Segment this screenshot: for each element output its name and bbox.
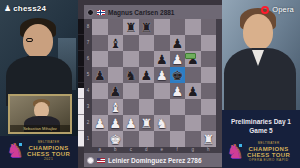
square-f7[interactable]: ♟ [170, 35, 186, 51]
glasses [26, 38, 34, 42]
rank-label-4: 4 [84, 83, 92, 99]
opera-logo[interactable]: Opera [261, 5, 294, 14]
tour-sub-text: OPERA EURO RAPID [249, 159, 289, 162]
pawn-icon: ♟ [4, 5, 11, 13]
square-a7[interactable] [92, 35, 108, 51]
square-c3[interactable] [123, 99, 139, 115]
square-f2[interactable] [170, 115, 186, 131]
square-f5[interactable]: ♚ [170, 67, 186, 83]
square-b3[interactable]: ♝ [108, 99, 124, 115]
bottom-player-name: Leinier Dominguez Perez 2786 [108, 157, 202, 164]
black-king[interactable]: ♚ [171, 69, 183, 82]
square-g7[interactable] [185, 35, 201, 51]
square-f8[interactable] [170, 19, 186, 35]
right-player-camera [222, 0, 300, 112]
square-c4[interactable] [123, 83, 139, 99]
white-pawn[interactable]: ♟ [109, 117, 121, 130]
event-line1: Preliminaries Day 1 [222, 117, 300, 126]
tour-knight-icon: ♞♞ [226, 141, 244, 163]
square-g1[interactable] [185, 131, 201, 147]
chess24-logo-text: chess24 [13, 4, 46, 13]
board: ♜♜♝♟♟♟♟♟♞♟♟♚♟♟♟♝♟♟♟♜♞♚♜ [92, 19, 216, 147]
square-h8[interactable] [201, 19, 217, 35]
square-e2[interactable]: ♞ [154, 115, 170, 131]
white-color-disc [87, 157, 94, 164]
square-e7[interactable] [154, 35, 170, 51]
white-rook[interactable]: ♜ [140, 117, 152, 130]
tour-knight-icon: ♞♞ [6, 140, 24, 162]
square-f3[interactable] [170, 99, 186, 115]
square-a1[interactable] [92, 131, 108, 147]
square-h2[interactable] [201, 115, 217, 131]
square-c8[interactable]: ♜ [123, 19, 139, 35]
square-h3[interactable] [201, 99, 217, 115]
square-d2[interactable]: ♜ [139, 115, 155, 131]
square-c2[interactable]: ♟ [123, 115, 139, 131]
square-e1[interactable] [154, 131, 170, 147]
square-b6[interactable] [108, 51, 124, 67]
rank-labels: 87654321 [84, 19, 92, 147]
square-f4[interactable]: ♟ [170, 83, 186, 99]
square-a3[interactable] [92, 99, 108, 115]
square-d5[interactable]: ♟ [139, 67, 155, 83]
square-g3[interactable] [185, 99, 201, 115]
rank-label-6: 6 [84, 51, 92, 67]
square-h6[interactable] [201, 51, 217, 67]
rank-label-5: 5 [84, 67, 92, 83]
bottom-player-bar: Leinier Dominguez Perez 2786 [84, 153, 222, 167]
square-g2[interactable] [185, 115, 201, 131]
white-bishop[interactable]: ♝ [109, 101, 121, 114]
tour-line2: CHESS TOUR [27, 151, 70, 157]
square-c6[interactable] [123, 51, 139, 67]
rank-label-8: 8 [84, 19, 92, 35]
square-a6[interactable] [92, 51, 108, 67]
commentator-webcam: Sebastian Mihajlov [8, 94, 72, 134]
black-pawn[interactable]: ♟ [140, 69, 152, 82]
square-e6[interactable]: ♟ [154, 51, 170, 67]
black-rook[interactable]: ♜ [140, 21, 152, 34]
square-e4[interactable] [154, 83, 170, 99]
square-h7[interactable] [201, 35, 217, 51]
square-a2[interactable]: ♟ [92, 115, 108, 131]
white-pawn[interactable]: ♟ [171, 85, 183, 98]
square-b2[interactable]: ♟ [108, 115, 124, 131]
engine-eval-badge [185, 53, 196, 59]
black-pawn[interactable]: ♟ [187, 85, 199, 98]
square-c7[interactable] [123, 35, 139, 51]
opera-logo-text: Opera [272, 5, 294, 14]
black-pawn[interactable]: ♟ [156, 53, 168, 66]
rank-label-7: 7 [84, 35, 92, 51]
square-g4[interactable]: ♟ [185, 83, 201, 99]
webcam-caption: Sebastian Mihajlov [10, 125, 70, 132]
tour-pre-text: MELTWATER [38, 141, 60, 144]
head [243, 14, 273, 50]
square-e8[interactable] [154, 19, 170, 35]
square-b7[interactable]: ♝ [108, 35, 124, 51]
square-c5[interactable]: ♞ [123, 67, 139, 83]
square-e3[interactable] [154, 99, 170, 115]
tour-sub-text: 2021 [44, 158, 53, 161]
rank-label-1: 1 [84, 131, 92, 147]
white-king[interactable]: ♚ [109, 133, 121, 146]
tour-line2: CHESS TOUR [247, 152, 290, 158]
square-d6[interactable] [139, 51, 155, 67]
black-pawn[interactable]: ♟ [171, 37, 183, 50]
square-b8[interactable] [108, 19, 124, 35]
board-column: Magnus Carlsen 2881 87654321 ♜♜♝♟♟♟♟♟♞♟♟… [78, 0, 222, 168]
white-pawn[interactable]: ♟ [156, 69, 168, 82]
square-g5[interactable] [185, 67, 201, 83]
norway-flag-icon [97, 10, 105, 15]
event-line2: Game 5 [222, 126, 300, 135]
white-pawn[interactable]: ♟ [125, 117, 137, 130]
opera-ring-icon [261, 6, 269, 14]
rank-label-2: 2 [84, 115, 92, 131]
square-d7[interactable] [139, 35, 155, 51]
square-d8[interactable]: ♜ [139, 19, 155, 35]
square-b5[interactable] [108, 67, 124, 83]
black-color-disc [87, 9, 94, 16]
black-bishop[interactable]: ♝ [109, 37, 121, 50]
square-h4[interactable] [201, 83, 217, 99]
square-c1[interactable] [123, 131, 139, 147]
white-knight[interactable]: ♞ [156, 117, 168, 130]
white-pawn[interactable]: ♟ [94, 117, 106, 130]
square-h1[interactable]: ♜ [201, 131, 217, 147]
tour-pre-text: MELTWATER [258, 142, 280, 145]
square-h5[interactable] [201, 67, 217, 83]
rank-label-3: 3 [84, 99, 92, 115]
broadcast-frame: ♟ chess24 Sebastian Mihajlov ♞♞ MELTWATE… [0, 0, 300, 168]
square-d3[interactable] [139, 99, 155, 115]
top-player-name: Magnus Carlsen 2881 [108, 9, 174, 16]
square-f1[interactable] [170, 131, 186, 147]
square-g8[interactable] [185, 19, 201, 35]
white-pawn[interactable]: ♟ [171, 53, 183, 66]
chess24-logo[interactable]: ♟ chess24 [4, 4, 46, 13]
top-player-bar: Magnus Carlsen 2881 [84, 5, 222, 19]
square-e5[interactable]: ♟ [154, 67, 170, 83]
black-rook[interactable]: ♜ [125, 21, 137, 34]
square-b1[interactable]: ♚ [108, 131, 124, 147]
square-b4[interactable]: ♟ [108, 83, 124, 99]
event-info-panel: Preliminaries Day 1 Game 5 ♞♞ MELTWATER … [222, 110, 300, 168]
black-pawn[interactable]: ♟ [94, 69, 106, 82]
square-f6[interactable]: ♟ [170, 51, 186, 67]
white-rook[interactable]: ♜ [202, 133, 214, 146]
square-a5[interactable]: ♟ [92, 67, 108, 83]
black-pawn[interactable]: ♟ [109, 85, 121, 98]
square-a4[interactable] [92, 83, 108, 99]
square-a8[interactable] [92, 19, 108, 35]
black-knight[interactable]: ♞ [125, 69, 137, 82]
square-d4[interactable] [139, 83, 155, 99]
square-d1[interactable] [139, 131, 155, 147]
usa-flag-icon [97, 158, 105, 163]
tour-logo-panel-left: ♞♞ MELTWATER CHAMPIONS CHESS TOUR 2021 [0, 136, 78, 168]
